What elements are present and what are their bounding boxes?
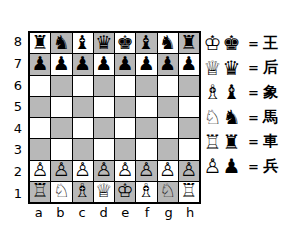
legend-row-queen: ♕♛=后	[203, 56, 278, 81]
chess-board: ♜♞♝♛♚♝♞♜♟♟♟♟♟♟♟♟♙♙♙♙♙♙♙♙♖♘♗♕♔♗♘♖	[28, 31, 201, 204]
piece-black-rook: ♜	[180, 33, 197, 52]
piece-white-pawn: ♙	[117, 161, 134, 180]
piece-white-pawn: ♙	[53, 161, 70, 180]
square-c8[interactable]: ♝	[73, 33, 93, 53]
square-c4[interactable]	[73, 118, 93, 138]
square-f7[interactable]: ♟	[136, 54, 156, 74]
rank-labels: 87654321	[6, 31, 25, 204]
legend-row-rook: ♖♜=車	[203, 129, 278, 154]
square-h7[interactable]: ♟	[179, 54, 199, 74]
square-b2[interactable]: ♙	[51, 161, 71, 181]
chinese-name-pawn: 兵	[263, 159, 278, 174]
piece-black-king: ♚	[117, 33, 134, 52]
rank-label-4: 4	[6, 118, 25, 140]
square-a8[interactable]: ♜	[30, 33, 50, 53]
piece-black-knight: ♞	[159, 33, 176, 52]
piece-black-bishop: ♝	[138, 33, 155, 52]
piece-white-pawn: ♙	[180, 161, 197, 180]
rank-label-3: 3	[6, 139, 25, 161]
piece-white-bishop: ♗	[74, 182, 91, 201]
square-f2[interactable]: ♙	[136, 161, 156, 181]
square-a2[interactable]: ♙	[30, 161, 50, 181]
square-h1[interactable]: ♖	[179, 182, 199, 202]
square-c6[interactable]	[73, 76, 93, 96]
square-e2[interactable]: ♙	[115, 161, 135, 181]
black-knight-icon: ♞	[222, 107, 241, 127]
square-b5[interactable]	[51, 97, 71, 117]
file-label-b: b	[50, 205, 72, 221]
square-h5[interactable]	[179, 97, 199, 117]
equals-sign: =	[248, 36, 259, 51]
square-a1[interactable]: ♖	[30, 182, 50, 202]
legend-row-knight: ♘♞=馬	[203, 105, 278, 130]
black-bishop-icon: ♝	[222, 82, 241, 102]
chinese-name-bishop: 象	[263, 85, 278, 100]
piece-black-bishop: ♝	[74, 33, 91, 52]
piece-white-queen: ♕	[95, 182, 112, 201]
square-d8[interactable]: ♛	[94, 33, 114, 53]
square-d6[interactable]	[94, 76, 114, 96]
file-label-h: h	[179, 205, 201, 221]
piece-white-knight: ♘	[159, 182, 176, 201]
square-f8[interactable]: ♝	[136, 33, 156, 53]
piece-black-pawn: ♟	[117, 54, 134, 73]
square-d3[interactable]	[94, 139, 114, 159]
square-f4[interactable]	[136, 118, 156, 138]
white-rook-icon: ♖	[203, 132, 222, 152]
square-c3[interactable]	[73, 139, 93, 159]
square-b7[interactable]: ♟	[51, 54, 71, 74]
piece-white-rook: ♖	[180, 182, 197, 201]
square-g7[interactable]: ♟	[158, 54, 178, 74]
piece-black-pawn: ♟	[32, 54, 49, 73]
square-c2[interactable]: ♙	[73, 161, 93, 181]
piece-white-pawn: ♙	[159, 161, 176, 180]
chess-diagram: 87654321 ♜♞♝♛♚♝♞♜♟♟♟♟♟♟♟♟♙♙♙♙♙♙♙♙♖♘♗♕♔♗♘…	[0, 0, 285, 229]
equals-sign: =	[248, 159, 259, 174]
square-a6[interactable]	[30, 76, 50, 96]
square-e4[interactable]	[115, 118, 135, 138]
square-c5[interactable]	[73, 97, 93, 117]
rank-label-7: 7	[6, 53, 25, 75]
file-label-d: d	[93, 205, 115, 221]
file-label-c: c	[71, 205, 93, 221]
square-b4[interactable]	[51, 118, 71, 138]
square-g6[interactable]	[158, 76, 178, 96]
rank-label-1: 1	[6, 182, 25, 204]
black-rook-icon: ♜	[222, 132, 241, 152]
square-b6[interactable]	[51, 76, 71, 96]
white-bishop-icon: ♗	[203, 82, 222, 102]
square-h4[interactable]	[179, 118, 199, 138]
square-e5[interactable]	[115, 97, 135, 117]
piece-black-knight: ♞	[53, 33, 70, 52]
square-d5[interactable]	[94, 97, 114, 117]
square-d7[interactable]: ♟	[94, 54, 114, 74]
piece-white-pawn: ♙	[95, 161, 112, 180]
square-c1[interactable]: ♗	[73, 182, 93, 202]
square-g5[interactable]	[158, 97, 178, 117]
equals-sign: =	[248, 60, 259, 75]
square-a3[interactable]	[30, 139, 50, 159]
rank-label-6: 6	[6, 74, 25, 96]
piece-legend: ♔♚=王♕♛=后♗♝=象♘♞=馬♖♜=車♙♟=兵	[203, 31, 278, 179]
square-g3[interactable]	[158, 139, 178, 159]
square-h8[interactable]: ♜	[179, 33, 199, 53]
piece-black-rook: ♜	[32, 33, 49, 52]
chinese-name-rook: 車	[263, 134, 278, 149]
square-f5[interactable]	[136, 97, 156, 117]
rank-label-8: 8	[6, 31, 25, 53]
equals-sign: =	[248, 110, 259, 125]
piece-black-pawn: ♟	[138, 54, 155, 73]
square-e8[interactable]: ♚	[115, 33, 135, 53]
piece-black-queen: ♛	[95, 33, 112, 52]
piece-black-pawn: ♟	[53, 54, 70, 73]
square-h2[interactable]: ♙	[179, 161, 199, 181]
square-e1[interactable]: ♔	[115, 182, 135, 202]
piece-white-rook: ♖	[32, 182, 49, 201]
black-king-icon: ♚	[222, 33, 241, 53]
piece-black-pawn: ♟	[95, 54, 112, 73]
file-labels: abcdefgh	[28, 205, 201, 221]
legend-row-king: ♔♚=王	[203, 31, 278, 56]
square-e3[interactable]	[115, 139, 135, 159]
rank-label-2: 2	[6, 161, 25, 183]
square-a5[interactable]	[30, 97, 50, 117]
square-g1[interactable]: ♘	[158, 182, 178, 202]
white-queen-icon: ♕	[203, 58, 222, 78]
piece-white-pawn: ♙	[138, 161, 155, 180]
square-d2[interactable]: ♙	[94, 161, 114, 181]
square-g2[interactable]: ♙	[158, 161, 178, 181]
piece-white-pawn: ♙	[32, 161, 49, 180]
piece-black-pawn: ♟	[159, 54, 176, 73]
square-f6[interactable]	[136, 76, 156, 96]
piece-white-pawn: ♙	[74, 161, 91, 180]
square-d4[interactable]	[94, 118, 114, 138]
chinese-name-knight: 馬	[263, 110, 278, 125]
square-a4[interactable]	[30, 118, 50, 138]
square-b8[interactable]: ♞	[51, 33, 71, 53]
chinese-name-queen: 后	[263, 60, 278, 75]
square-f1[interactable]: ♗	[136, 182, 156, 202]
square-g4[interactable]	[158, 118, 178, 138]
black-queen-icon: ♛	[222, 58, 241, 78]
white-pawn-icon: ♙	[203, 156, 222, 176]
legend-row-pawn: ♙♟=兵	[203, 154, 278, 179]
piece-black-pawn: ♟	[180, 54, 197, 73]
square-d1[interactable]: ♕	[94, 182, 114, 202]
white-king-icon: ♔	[203, 33, 222, 53]
square-c7[interactable]: ♟	[73, 54, 93, 74]
file-label-g: g	[158, 205, 180, 221]
square-e6[interactable]	[115, 76, 135, 96]
piece-black-pawn: ♟	[74, 54, 91, 73]
square-h6[interactable]	[179, 76, 199, 96]
square-f3[interactable]	[136, 139, 156, 159]
piece-white-knight: ♘	[53, 182, 70, 201]
piece-white-bishop: ♗	[138, 182, 155, 201]
black-pawn-icon: ♟	[222, 156, 241, 176]
square-b3[interactable]	[51, 139, 71, 159]
square-h3[interactable]	[179, 139, 199, 159]
square-g8[interactable]: ♞	[158, 33, 178, 53]
square-e7[interactable]: ♟	[115, 54, 135, 74]
equals-sign: =	[248, 134, 259, 149]
legend-row-bishop: ♗♝=象	[203, 80, 278, 105]
file-label-e: e	[115, 205, 137, 221]
rank-label-5: 5	[6, 96, 25, 118]
piece-white-king: ♔	[117, 182, 134, 201]
file-label-f: f	[136, 205, 158, 221]
square-a7[interactable]: ♟	[30, 54, 50, 74]
chinese-name-king: 王	[263, 36, 278, 51]
equals-sign: =	[248, 85, 259, 100]
square-b1[interactable]: ♘	[51, 182, 71, 202]
file-label-a: a	[28, 205, 50, 221]
white-knight-icon: ♘	[203, 107, 222, 127]
